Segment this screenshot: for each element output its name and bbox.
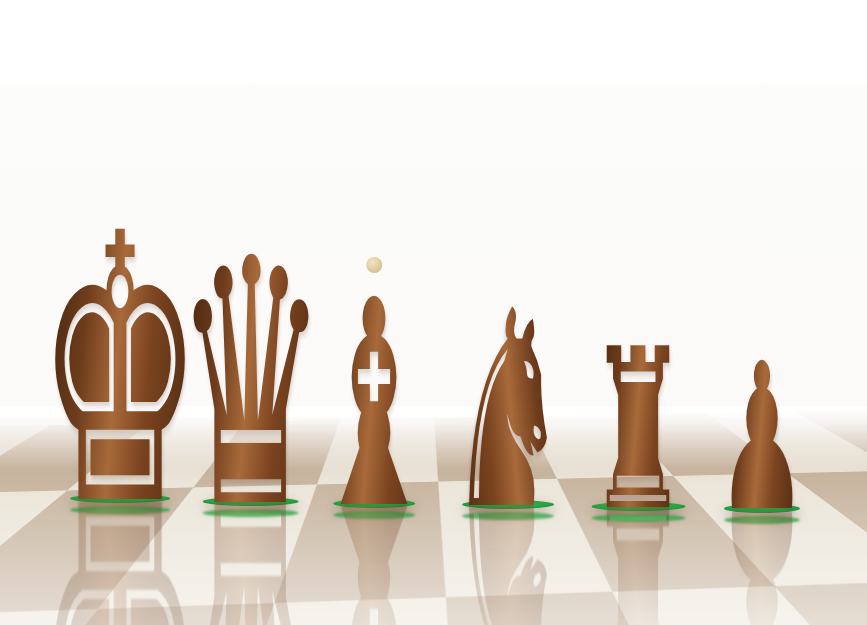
rook-felt-reflection <box>591 514 685 522</box>
king-felt-reflection <box>70 506 170 514</box>
pawn-piece: ♟ ♟ <box>671 337 853 510</box>
scene: ♚ ♚ ♛ ♛ ♝ ♝ ♞ ♞ ♜ ♜ <box>0 0 867 625</box>
bishop-felt-reflection <box>333 511 415 519</box>
bishop-boxwood-finial <box>366 257 382 273</box>
queen-felt-reflection <box>203 509 299 517</box>
board-square <box>0 609 97 625</box>
knight-felt-reflection <box>462 512 554 520</box>
pawn-felt-reflection <box>724 516 800 524</box>
pawn-glyph: ♟ <box>717 337 808 540</box>
